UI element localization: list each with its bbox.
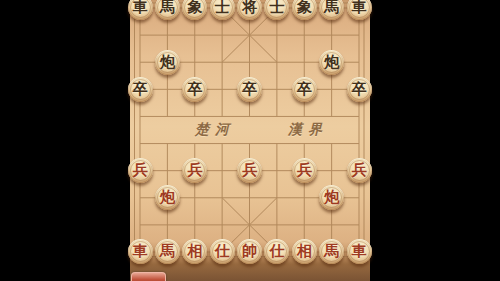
piece-black-horse[interactable]: 馬 xyxy=(155,0,180,20)
piece-black-cannon[interactable]: 炮 xyxy=(155,50,180,75)
piece-red-soldier[interactable]: 兵 xyxy=(182,158,207,183)
piece-glyph: 炮 xyxy=(160,190,175,205)
piece-black-soldier[interactable]: 卒 xyxy=(347,77,372,102)
piece-glyph: 象 xyxy=(187,0,202,15)
piece-red-chariot[interactable]: 車 xyxy=(347,239,372,264)
piece-red-elephant[interactable]: 相 xyxy=(292,239,317,264)
piece-black-soldier[interactable]: 卒 xyxy=(128,77,153,102)
piece-black-general[interactable]: 将 xyxy=(237,0,262,20)
piece-glyph: 士 xyxy=(269,0,284,15)
piece-red-cannon[interactable]: 炮 xyxy=(155,185,180,210)
piece-glyph: 将 xyxy=(242,0,257,15)
piece-glyph: 兵 xyxy=(187,163,202,178)
piece-black-soldier[interactable]: 卒 xyxy=(292,77,317,102)
piece-red-horse[interactable]: 馬 xyxy=(155,239,180,264)
piece-red-soldier[interactable]: 兵 xyxy=(237,158,262,183)
piece-glyph: 馬 xyxy=(324,244,339,259)
piece-glyph: 仕 xyxy=(269,244,284,259)
piece-red-advisor[interactable]: 仕 xyxy=(264,239,289,264)
piece-glyph: 炮 xyxy=(324,190,339,205)
piece-glyph: 仕 xyxy=(215,244,230,259)
piece-glyph: 馬 xyxy=(324,0,339,15)
piece-glyph: 兵 xyxy=(297,163,312,178)
piece-black-advisor[interactable]: 士 xyxy=(264,0,289,20)
piece-red-soldier[interactable]: 兵 xyxy=(128,158,153,183)
pieces-grid: 車馬象士将士象馬車炮炮卒卒卒卒卒兵兵兵兵兵炮炮車馬相仕帥仕相馬車 xyxy=(126,0,372,266)
bottom-left-partial-button[interactable] xyxy=(131,272,166,281)
piece-glyph: 車 xyxy=(352,244,367,259)
piece-black-soldier[interactable]: 卒 xyxy=(237,77,262,102)
piece-black-chariot[interactable]: 車 xyxy=(347,0,372,20)
piece-glyph: 兵 xyxy=(352,163,367,178)
piece-black-elephant[interactable]: 象 xyxy=(182,0,207,20)
piece-glyph: 車 xyxy=(352,0,367,15)
piece-glyph: 士 xyxy=(215,0,230,15)
piece-glyph: 馬 xyxy=(160,244,175,259)
piece-glyph: 卒 xyxy=(187,82,202,97)
piece-black-chariot[interactable]: 車 xyxy=(128,0,153,20)
piece-red-cannon[interactable]: 炮 xyxy=(319,185,344,210)
piece-glyph: 卒 xyxy=(297,82,312,97)
piece-glyph: 卒 xyxy=(242,82,257,97)
piece-black-cannon[interactable]: 炮 xyxy=(319,50,344,75)
piece-glyph: 相 xyxy=(187,244,202,259)
piece-red-general[interactable]: 帥 xyxy=(237,239,262,264)
piece-glyph: 帥 xyxy=(242,244,257,259)
piece-red-soldier[interactable]: 兵 xyxy=(292,158,317,183)
piece-glyph: 卒 xyxy=(133,82,148,97)
piece-glyph: 炮 xyxy=(324,55,339,70)
piece-glyph: 馬 xyxy=(160,0,175,15)
piece-glyph: 象 xyxy=(297,0,312,15)
piece-black-horse[interactable]: 馬 xyxy=(319,0,344,20)
piece-red-chariot[interactable]: 車 xyxy=(128,239,153,264)
piece-black-advisor[interactable]: 士 xyxy=(210,0,235,20)
piece-red-soldier[interactable]: 兵 xyxy=(347,158,372,183)
piece-red-horse[interactable]: 馬 xyxy=(319,239,344,264)
xiangqi-board: 楚河 漢界 車馬象士将士象馬車炮炮卒卒卒卒卒兵兵兵兵兵炮炮車馬相仕帥仕相馬車 xyxy=(130,0,370,281)
piece-glyph: 卒 xyxy=(352,82,367,97)
piece-glyph: 炮 xyxy=(160,55,175,70)
piece-glyph: 車 xyxy=(133,0,148,15)
piece-red-advisor[interactable]: 仕 xyxy=(210,239,235,264)
piece-black-soldier[interactable]: 卒 xyxy=(182,77,207,102)
piece-glyph: 兵 xyxy=(133,163,148,178)
piece-red-elephant[interactable]: 相 xyxy=(182,239,207,264)
xiangqi-app-screen: 楚河 漢界 車馬象士将士象馬車炮炮卒卒卒卒卒兵兵兵兵兵炮炮車馬相仕帥仕相馬車 xyxy=(0,0,500,281)
piece-glyph: 車 xyxy=(133,244,148,259)
piece-glyph: 兵 xyxy=(242,163,257,178)
piece-glyph: 相 xyxy=(297,244,312,259)
piece-black-elephant[interactable]: 象 xyxy=(292,0,317,20)
